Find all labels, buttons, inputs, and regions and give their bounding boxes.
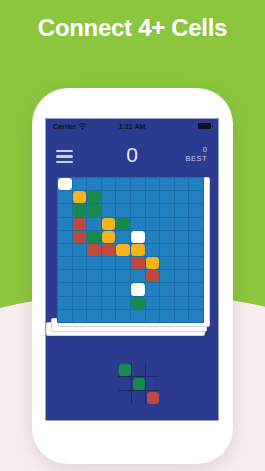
board-cell[interactable] <box>175 178 189 190</box>
board-cell[interactable] <box>87 297 101 309</box>
board-cell[interactable] <box>175 191 189 203</box>
piece-white <box>58 178 72 190</box>
app-screen: Carrier 1:21 AM 0 0 BEST <box>45 118 219 421</box>
board-cell[interactable] <box>102 204 116 216</box>
board-cell[interactable] <box>102 178 116 190</box>
board-cell[interactable] <box>160 231 174 243</box>
board-cell[interactable] <box>87 231 101 243</box>
board-cell[interactable] <box>189 270 203 282</box>
battery-icon <box>198 123 211 129</box>
board-cell[interactable] <box>73 244 87 256</box>
board-cell[interactable] <box>58 204 72 216</box>
board-cell[interactable] <box>73 178 87 190</box>
board-cell[interactable] <box>131 231 145 243</box>
piece-red <box>102 244 116 256</box>
board-cell[interactable] <box>189 204 203 216</box>
board-cell[interactable] <box>131 244 145 256</box>
board-cell[interactable] <box>146 204 160 216</box>
preview-cell <box>146 391 159 404</box>
board-cell[interactable] <box>160 218 174 230</box>
board-cell[interactable] <box>160 270 174 282</box>
board-stack <box>57 177 204 323</box>
board-cell[interactable] <box>160 244 174 256</box>
board-cell[interactable] <box>131 270 145 282</box>
board-cell[interactable] <box>131 310 145 322</box>
piece-green <box>133 378 145 390</box>
board-cell[interactable] <box>73 310 87 322</box>
board-cell[interactable] <box>160 297 174 309</box>
board-cell[interactable] <box>87 270 101 282</box>
board-cell[interactable] <box>58 257 72 269</box>
board-cell[interactable] <box>189 244 203 256</box>
piece-green <box>119 364 131 376</box>
board-cell[interactable] <box>146 283 160 295</box>
board-cell[interactable] <box>131 191 145 203</box>
board-cell[interactable] <box>116 310 130 322</box>
board-cell[interactable] <box>160 257 174 269</box>
piece-red <box>131 257 145 269</box>
board-cell[interactable] <box>116 270 130 282</box>
board-cell[interactable] <box>58 310 72 322</box>
board-cell[interactable] <box>116 178 130 190</box>
board-cell[interactable] <box>102 270 116 282</box>
board-cell[interactable] <box>175 297 189 309</box>
board-cell[interactable] <box>116 244 130 256</box>
preview-cell <box>118 363 131 376</box>
board-cell[interactable] <box>73 257 87 269</box>
piece-red <box>73 218 87 230</box>
board-cell[interactable] <box>73 297 87 309</box>
board-cell[interactable] <box>116 231 130 243</box>
board-cell[interactable] <box>102 218 116 230</box>
game-board[interactable] <box>57 177 204 323</box>
preview-cell <box>118 377 131 390</box>
board-cell[interactable] <box>131 204 145 216</box>
board-cell[interactable] <box>189 218 203 230</box>
preview-cell <box>132 391 145 404</box>
piece-green <box>87 204 101 216</box>
board-cell[interactable] <box>58 283 72 295</box>
board-cell[interactable] <box>87 218 101 230</box>
piece-green <box>73 204 87 216</box>
board-cell[interactable] <box>87 310 101 322</box>
board-cell[interactable] <box>189 191 203 203</box>
board-cell[interactable] <box>175 218 189 230</box>
piece-red <box>146 270 160 282</box>
board-cell[interactable] <box>73 231 87 243</box>
board-cell[interactable] <box>73 218 87 230</box>
board-cell[interactable] <box>146 257 160 269</box>
board-cell[interactable] <box>175 231 189 243</box>
best-score: 0 BEST <box>185 146 207 163</box>
board-cell[interactable] <box>175 270 189 282</box>
preview-cell <box>118 391 131 404</box>
preview-cell <box>146 363 159 376</box>
board-cell[interactable] <box>58 270 72 282</box>
piece-green <box>87 191 101 203</box>
board-cell[interactable] <box>146 310 160 322</box>
piece-green <box>87 231 101 243</box>
board-cell[interactable] <box>73 204 87 216</box>
game-header: 0 0 BEST <box>46 139 218 177</box>
board-cell[interactable] <box>189 297 203 309</box>
board-cell[interactable] <box>146 297 160 309</box>
board-cell[interactable] <box>116 191 130 203</box>
board-cell[interactable] <box>160 283 174 295</box>
board-cell[interactable] <box>160 191 174 203</box>
board-cell[interactable] <box>189 231 203 243</box>
board-cell[interactable] <box>87 178 101 190</box>
piece-green <box>131 297 145 309</box>
board-cell[interactable] <box>73 191 87 203</box>
board-cell[interactable] <box>175 283 189 295</box>
piece-green <box>116 218 130 230</box>
piece-yellow <box>73 191 87 203</box>
board-cell[interactable] <box>87 244 101 256</box>
board-cell[interactable] <box>146 244 160 256</box>
board-cell[interactable] <box>175 204 189 216</box>
page-title: Connect 4+ Cells <box>0 0 265 56</box>
board-cell[interactable] <box>146 191 160 203</box>
phone-mockup: Carrier 1:21 AM 0 0 BEST <box>32 88 233 464</box>
board-cell[interactable] <box>58 191 72 203</box>
board-cell[interactable] <box>131 218 145 230</box>
status-bar: Carrier 1:21 AM <box>46 119 218 133</box>
board-cell[interactable] <box>175 310 189 322</box>
board-cell[interactable] <box>102 310 116 322</box>
board-cell[interactable] <box>116 257 130 269</box>
board-cell[interactable] <box>87 191 101 203</box>
piece-white <box>131 283 145 295</box>
app-store-screenshot: Connect 4+ Cells Carrier 1:21 AM 0 <box>0 0 265 471</box>
piece-yellow <box>102 231 116 243</box>
board-cell[interactable] <box>102 191 116 203</box>
board-cell[interactable] <box>87 257 101 269</box>
preview-cell <box>132 377 145 390</box>
board-cell[interactable] <box>87 283 101 295</box>
board-cell[interactable] <box>189 283 203 295</box>
preview-cell <box>132 363 145 376</box>
board-cell[interactable] <box>102 283 116 295</box>
board-cell[interactable] <box>131 297 145 309</box>
board-cell[interactable] <box>58 218 72 230</box>
board-cell[interactable] <box>175 244 189 256</box>
board-cell[interactable] <box>73 283 87 295</box>
board-cell[interactable] <box>189 257 203 269</box>
board-cell[interactable] <box>73 270 87 282</box>
piece-red <box>73 231 87 243</box>
board-cell[interactable] <box>160 204 174 216</box>
board-cell[interactable] <box>160 310 174 322</box>
board-cell[interactable] <box>102 297 116 309</box>
board-cell[interactable] <box>160 178 174 190</box>
board-cell[interactable] <box>146 270 160 282</box>
board-cell[interactable] <box>116 218 130 230</box>
board-cell[interactable] <box>58 244 72 256</box>
piece-yellow <box>102 218 116 230</box>
board-cell[interactable] <box>131 283 145 295</box>
board-cell[interactable] <box>116 297 130 309</box>
board-cell[interactable] <box>146 218 160 230</box>
board-cell[interactable] <box>146 178 160 190</box>
piece-yellow <box>116 244 130 256</box>
board-cell[interactable] <box>189 178 203 190</box>
board-cell[interactable] <box>58 297 72 309</box>
piece-yellow <box>146 257 160 269</box>
time-label: 1:21 AM <box>46 123 218 130</box>
board-cell[interactable] <box>102 231 116 243</box>
board-cell[interactable] <box>175 257 189 269</box>
board-cell[interactable] <box>116 204 130 216</box>
board-cell[interactable] <box>87 204 101 216</box>
board-cell[interactable] <box>131 257 145 269</box>
piece-red <box>87 244 101 256</box>
best-score-label: BEST <box>185 155 207 164</box>
board-cell[interactable] <box>189 310 203 322</box>
board-cell[interactable] <box>131 178 145 190</box>
preview-cell <box>146 377 159 390</box>
preview-grid <box>118 363 159 404</box>
piece-white <box>131 231 145 243</box>
piece-red <box>147 392 159 404</box>
board-cell[interactable] <box>102 257 116 269</box>
board-cell[interactable] <box>116 283 130 295</box>
board-cell[interactable] <box>58 231 72 243</box>
board-cell[interactable] <box>102 244 116 256</box>
board-cell[interactable] <box>58 178 72 190</box>
piece-yellow <box>131 244 145 256</box>
board-cell[interactable] <box>146 231 160 243</box>
